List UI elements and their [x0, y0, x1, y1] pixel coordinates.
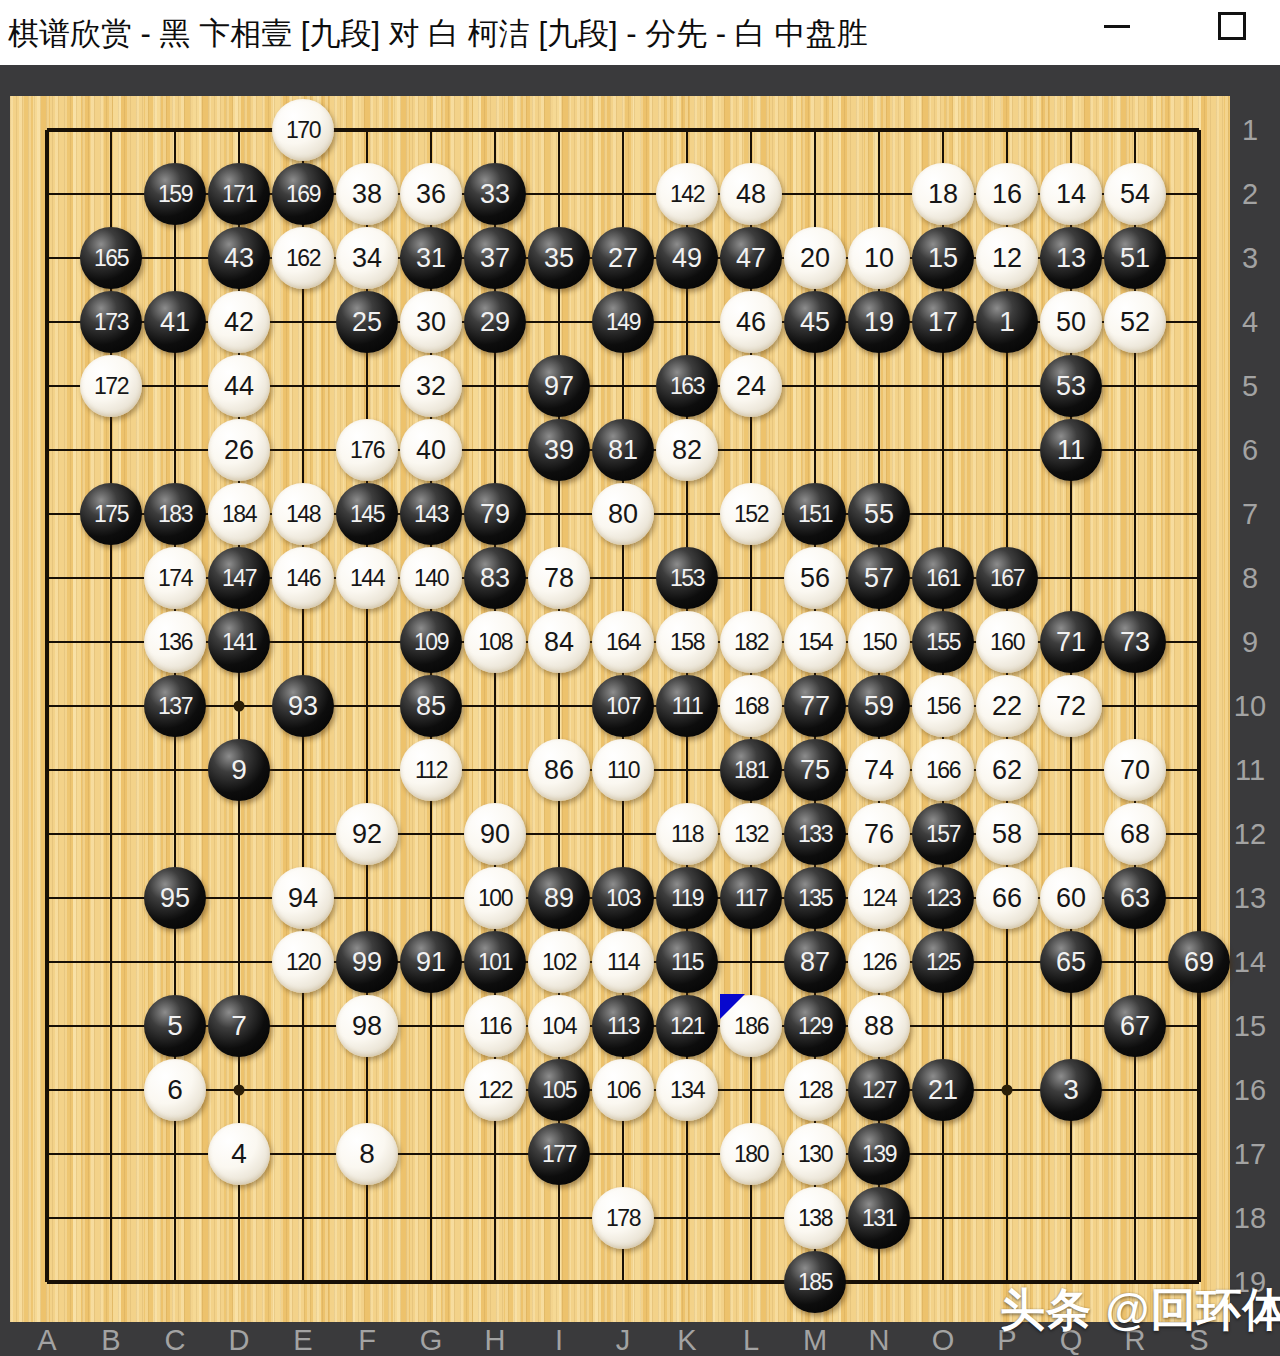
intersection-S1 — [1167, 98, 1231, 162]
intersection-N6 — [847, 418, 911, 482]
stone-white-32: 32 — [400, 355, 462, 417]
stone-black-105: 105 — [528, 1059, 590, 1121]
intersection-F12: 92 — [335, 802, 399, 866]
intersection-A18 — [15, 1186, 79, 1250]
intersection-B7: 175 — [79, 482, 143, 546]
intersection-E5 — [271, 354, 335, 418]
intersection-M5 — [783, 354, 847, 418]
intersection-P3: 12 — [975, 226, 1039, 290]
intersection-D1 — [207, 98, 271, 162]
stone-black-75: 75 — [784, 739, 846, 801]
intersection-B12 — [79, 802, 143, 866]
intersection-K9: 158 — [655, 610, 719, 674]
stone-black-97: 97 — [528, 355, 590, 417]
intersection-H19 — [463, 1250, 527, 1314]
stone-white-176: 176 — [336, 419, 398, 481]
intersection-D16 — [207, 1058, 271, 1122]
intersection-R12: 68 — [1103, 802, 1167, 866]
stone-black-183: 183 — [144, 483, 206, 545]
stone-black-37: 37 — [464, 227, 526, 289]
intersection-I12 — [527, 802, 591, 866]
intersection-E9 — [271, 610, 335, 674]
intersection-R15: 67 — [1103, 994, 1167, 1058]
intersection-A14 — [15, 930, 79, 994]
intersection-O5 — [911, 354, 975, 418]
stone-white-122: 122 — [464, 1059, 526, 1121]
stone-white-72: 72 — [1040, 675, 1102, 737]
intersection-G1 — [399, 98, 463, 162]
intersection-A7 — [15, 482, 79, 546]
stone-white-174: 174 — [144, 547, 206, 609]
intersection-I9: 84 — [527, 610, 591, 674]
intersection-B14 — [79, 930, 143, 994]
intersection-G11: 112 — [399, 738, 463, 802]
intersection-B6 — [79, 418, 143, 482]
intersection-F17: 8 — [335, 1122, 399, 1186]
stone-white-20: 20 — [784, 227, 846, 289]
stone-black-137: 137 — [144, 675, 206, 737]
stone-black-175: 175 — [80, 483, 142, 545]
intersection-G12 — [399, 802, 463, 866]
intersection-M4: 45 — [783, 290, 847, 354]
intersection-L3: 47 — [719, 226, 783, 290]
stone-black-103: 103 — [592, 867, 654, 929]
intersection-P9: 160 — [975, 610, 1039, 674]
intersection-Q1 — [1039, 98, 1103, 162]
intersection-O7 — [911, 482, 975, 546]
intersection-Q2: 14 — [1039, 162, 1103, 226]
maximize-button[interactable] — [1214, 8, 1250, 44]
intersection-N9: 150 — [847, 610, 911, 674]
intersection-S5 — [1167, 354, 1231, 418]
intersection-K4 — [655, 290, 719, 354]
stone-white-76: 76 — [848, 803, 910, 865]
intersection-E18 — [271, 1186, 335, 1250]
stone-white-16: 16 — [976, 163, 1038, 225]
intersection-D14 — [207, 930, 271, 994]
stone-black-167: 167 — [976, 547, 1038, 609]
intersection-K13: 119 — [655, 866, 719, 930]
stone-white-104: 104 — [528, 995, 590, 1057]
intersection-J15: 113 — [591, 994, 655, 1058]
intersection-Q14: 65 — [1039, 930, 1103, 994]
col-label-B: B — [89, 1323, 133, 1356]
stone-white-102: 102 — [528, 931, 590, 993]
intersection-S10 — [1167, 674, 1231, 738]
intersection-Q3: 13 — [1039, 226, 1103, 290]
intersection-R6 — [1103, 418, 1167, 482]
intersection-K18 — [655, 1186, 719, 1250]
intersection-S14: 69 — [1167, 930, 1231, 994]
intersection-N18: 131 — [847, 1186, 911, 1250]
stone-black-185: 185 — [784, 1251, 846, 1313]
stone-black-95: 95 — [144, 867, 206, 929]
stone-white-30: 30 — [400, 291, 462, 353]
col-label-N: N — [857, 1323, 901, 1356]
intersection-K12: 118 — [655, 802, 719, 866]
intersection-I10 — [527, 674, 591, 738]
intersection-B8 — [79, 546, 143, 610]
intersection-N1 — [847, 98, 911, 162]
intersection-H8: 83 — [463, 546, 527, 610]
col-label-D: D — [217, 1323, 261, 1356]
intersection-R8 — [1103, 546, 1167, 610]
row-label-15: 15 — [1228, 1009, 1272, 1043]
minimize-button[interactable] — [1101, 12, 1133, 44]
intersection-O18 — [911, 1186, 975, 1250]
stone-black-163: 163 — [656, 355, 718, 417]
board-grid: 1701591711693836331424818161454165431623… — [15, 98, 1231, 1314]
intersection-A10 — [15, 674, 79, 738]
stone-black-29: 29 — [464, 291, 526, 353]
intersection-Q6: 11 — [1039, 418, 1103, 482]
row-label-9: 9 — [1228, 625, 1272, 659]
intersection-B1 — [79, 98, 143, 162]
intersection-G3: 31 — [399, 226, 463, 290]
app-window: 棋谱欣赏 - 黑 卞相壹 [九段] 对 白 柯洁 [九段] - 分先 - 白 中… — [0, 0, 1280, 1356]
stone-white-8: 8 — [336, 1123, 398, 1185]
stone-black-31: 31 — [400, 227, 462, 289]
intersection-C18 — [143, 1186, 207, 1250]
col-label-E: E — [281, 1323, 325, 1356]
stone-black-7: 7 — [208, 995, 270, 1057]
intersection-N15: 88 — [847, 994, 911, 1058]
stone-black-19: 19 — [848, 291, 910, 353]
intersection-L16 — [719, 1058, 783, 1122]
stone-black-35: 35 — [528, 227, 590, 289]
row-label-10: 10 — [1228, 689, 1272, 723]
stone-black-21: 21 — [912, 1059, 974, 1121]
intersection-O2: 18 — [911, 162, 975, 226]
intersection-H15: 116 — [463, 994, 527, 1058]
stone-white-160: 160 — [976, 611, 1038, 673]
intersection-N2 — [847, 162, 911, 226]
intersection-C7: 183 — [143, 482, 207, 546]
stone-white-56: 56 — [784, 547, 846, 609]
stone-white-140: 140 — [400, 547, 462, 609]
intersection-G4: 30 — [399, 290, 463, 354]
intersection-H11 — [463, 738, 527, 802]
intersection-J9: 164 — [591, 610, 655, 674]
stone-white-74: 74 — [848, 739, 910, 801]
intersection-R14 — [1103, 930, 1167, 994]
intersection-R13: 63 — [1103, 866, 1167, 930]
stone-black-71: 71 — [1040, 611, 1102, 673]
intersection-A4 — [15, 290, 79, 354]
stone-black-171: 171 — [208, 163, 270, 225]
intersection-S8 — [1167, 546, 1231, 610]
intersection-L2: 48 — [719, 162, 783, 226]
intersection-S13 — [1167, 866, 1231, 930]
intersection-H4: 29 — [463, 290, 527, 354]
intersection-M7: 151 — [783, 482, 847, 546]
intersection-E6 — [271, 418, 335, 482]
intersection-P15 — [975, 994, 1039, 1058]
intersection-P5 — [975, 354, 1039, 418]
stone-black-11: 11 — [1040, 419, 1102, 481]
intersection-P14 — [975, 930, 1039, 994]
intersection-Q8 — [1039, 546, 1103, 610]
intersection-S4 — [1167, 290, 1231, 354]
intersection-F14: 99 — [335, 930, 399, 994]
stone-black-149: 149 — [592, 291, 654, 353]
intersection-A1 — [15, 98, 79, 162]
intersection-I17: 177 — [527, 1122, 591, 1186]
intersection-Q4: 50 — [1039, 290, 1103, 354]
intersection-E3: 162 — [271, 226, 335, 290]
intersection-M8: 56 — [783, 546, 847, 610]
intersection-R10 — [1103, 674, 1167, 738]
intersection-F11 — [335, 738, 399, 802]
stone-black-111: 111 — [656, 675, 718, 737]
intersection-C13: 95 — [143, 866, 207, 930]
stone-white-118: 118 — [656, 803, 718, 865]
intersection-J7: 80 — [591, 482, 655, 546]
stone-black-123: 123 — [912, 867, 974, 929]
col-label-F: F — [345, 1323, 389, 1356]
intersection-J13: 103 — [591, 866, 655, 930]
stone-black-5: 5 — [144, 995, 206, 1057]
intersection-I19 — [527, 1250, 591, 1314]
intersection-Q7 — [1039, 482, 1103, 546]
intersection-L1 — [719, 98, 783, 162]
intersection-I14: 102 — [527, 930, 591, 994]
intersection-G18 — [399, 1186, 463, 1250]
intersection-H7: 79 — [463, 482, 527, 546]
stone-black-131: 131 — [848, 1187, 910, 1249]
intersection-H16: 122 — [463, 1058, 527, 1122]
intersection-K3: 49 — [655, 226, 719, 290]
intersection-B10 — [79, 674, 143, 738]
intersection-I18 — [527, 1186, 591, 1250]
intersection-E10: 93 — [271, 674, 335, 738]
col-label-M: M — [793, 1323, 837, 1356]
intersection-L14 — [719, 930, 783, 994]
stone-white-50: 50 — [1040, 291, 1102, 353]
intersection-J19 — [591, 1250, 655, 1314]
intersection-M16: 128 — [783, 1058, 847, 1122]
intersection-C11 — [143, 738, 207, 802]
intersection-J8 — [591, 546, 655, 610]
intersection-R11: 70 — [1103, 738, 1167, 802]
intersection-L18 — [719, 1186, 783, 1250]
stone-white-172: 172 — [80, 355, 142, 417]
stone-white-114: 114 — [592, 931, 654, 993]
stone-black-91: 91 — [400, 931, 462, 993]
stone-white-52: 52 — [1104, 291, 1166, 353]
intersection-K15: 121 — [655, 994, 719, 1058]
row-label-13: 13 — [1228, 881, 1272, 915]
row-label-2: 2 — [1228, 177, 1272, 211]
row-label-6: 6 — [1228, 433, 1272, 467]
intersection-K14: 115 — [655, 930, 719, 994]
intersection-C16: 6 — [143, 1058, 207, 1122]
stone-white-24: 24 — [720, 355, 782, 417]
intersection-G9: 109 — [399, 610, 463, 674]
intersection-N17: 139 — [847, 1122, 911, 1186]
intersection-Q15 — [1039, 994, 1103, 1058]
stone-white-4: 4 — [208, 1123, 270, 1185]
intersection-G5: 32 — [399, 354, 463, 418]
stone-black-43: 43 — [208, 227, 270, 289]
stone-black-129: 129 — [784, 995, 846, 1057]
intersection-S12 — [1167, 802, 1231, 866]
stone-black-45: 45 — [784, 291, 846, 353]
stone-white-94: 94 — [272, 867, 334, 929]
stone-black-113: 113 — [592, 995, 654, 1057]
intersection-E11 — [271, 738, 335, 802]
intersection-S9 — [1167, 610, 1231, 674]
intersection-D12 — [207, 802, 271, 866]
intersection-Q13: 60 — [1039, 866, 1103, 930]
stone-black-41: 41 — [144, 291, 206, 353]
intersection-A17 — [15, 1122, 79, 1186]
intersection-F6: 176 — [335, 418, 399, 482]
intersection-A13 — [15, 866, 79, 930]
stone-black-85: 85 — [400, 675, 462, 737]
intersection-R5 — [1103, 354, 1167, 418]
intersection-H17 — [463, 1122, 527, 1186]
intersection-D3: 43 — [207, 226, 271, 290]
intersection-H18 — [463, 1186, 527, 1250]
stone-white-152: 152 — [720, 483, 782, 545]
stone-black-169: 169 — [272, 163, 334, 225]
intersection-J10: 107 — [591, 674, 655, 738]
stone-black-127: 127 — [848, 1059, 910, 1121]
intersection-M10: 77 — [783, 674, 847, 738]
intersection-G8: 140 — [399, 546, 463, 610]
stone-white-36: 36 — [400, 163, 462, 225]
intersection-Q17 — [1039, 1122, 1103, 1186]
intersection-D19 — [207, 1250, 271, 1314]
col-label-J: J — [601, 1323, 645, 1356]
intersection-C15: 5 — [143, 994, 207, 1058]
col-label-I: I — [537, 1323, 581, 1356]
intersection-E12 — [271, 802, 335, 866]
intersection-E14: 120 — [271, 930, 335, 994]
intersection-M3: 20 — [783, 226, 847, 290]
intersection-S7 — [1167, 482, 1231, 546]
intersection-I7 — [527, 482, 591, 546]
stone-white-54: 54 — [1104, 163, 1166, 225]
intersection-H2: 33 — [463, 162, 527, 226]
intersection-J1 — [591, 98, 655, 162]
intersection-J11: 110 — [591, 738, 655, 802]
intersection-C10: 137 — [143, 674, 207, 738]
intersection-O6 — [911, 418, 975, 482]
stone-white-126: 126 — [848, 931, 910, 993]
intersection-N7: 55 — [847, 482, 911, 546]
intersection-B19 — [79, 1250, 143, 1314]
stone-white-132: 132 — [720, 803, 782, 865]
intersection-M2 — [783, 162, 847, 226]
intersection-F15: 98 — [335, 994, 399, 1058]
stone-white-112: 112 — [400, 739, 462, 801]
intersection-L15: 186 — [719, 994, 783, 1058]
intersection-F4: 25 — [335, 290, 399, 354]
col-label-A: A — [25, 1323, 69, 1356]
intersection-D2: 171 — [207, 162, 271, 226]
intersection-J16: 106 — [591, 1058, 655, 1122]
stone-white-124: 124 — [848, 867, 910, 929]
stone-black-145: 145 — [336, 483, 398, 545]
stone-white-66: 66 — [976, 867, 1038, 929]
stone-black-99: 99 — [336, 931, 398, 993]
intersection-C2: 159 — [143, 162, 207, 226]
stone-white-92: 92 — [336, 803, 398, 865]
intersection-P1 — [975, 98, 1039, 162]
row-label-11: 11 — [1228, 753, 1272, 787]
intersection-E13: 94 — [271, 866, 335, 930]
intersection-L10: 168 — [719, 674, 783, 738]
intersection-D10 — [207, 674, 271, 738]
intersection-F16 — [335, 1058, 399, 1122]
stone-white-14: 14 — [1040, 163, 1102, 225]
intersection-J3: 27 — [591, 226, 655, 290]
intersection-A15 — [15, 994, 79, 1058]
stone-white-120: 120 — [272, 931, 334, 993]
row-label-14: 14 — [1228, 945, 1272, 979]
intersection-H10 — [463, 674, 527, 738]
stone-white-150: 150 — [848, 611, 910, 673]
intersection-B5: 172 — [79, 354, 143, 418]
stone-white-40: 40 — [400, 419, 462, 481]
stone-white-80: 80 — [592, 483, 654, 545]
intersection-N16: 127 — [847, 1058, 911, 1122]
intersection-E16 — [271, 1058, 335, 1122]
intersection-O8: 161 — [911, 546, 975, 610]
intersection-J5 — [591, 354, 655, 418]
row-label-8: 8 — [1228, 561, 1272, 595]
intersection-F13 — [335, 866, 399, 930]
intersection-I6: 39 — [527, 418, 591, 482]
intersection-P10: 22 — [975, 674, 1039, 738]
intersection-S15 — [1167, 994, 1231, 1058]
intersection-O3: 15 — [911, 226, 975, 290]
row-label-12: 12 — [1228, 817, 1272, 851]
intersection-S2 — [1167, 162, 1231, 226]
stone-black-73: 73 — [1104, 611, 1166, 673]
intersection-C14 — [143, 930, 207, 994]
stone-white-34: 34 — [336, 227, 398, 289]
intersection-S18 — [1167, 1186, 1231, 1250]
intersection-C3 — [143, 226, 207, 290]
intersection-B15 — [79, 994, 143, 1058]
intersection-M11: 75 — [783, 738, 847, 802]
intersection-P12: 58 — [975, 802, 1039, 866]
stone-black-153: 153 — [656, 547, 718, 609]
intersection-C8: 174 — [143, 546, 207, 610]
stone-black-107: 107 — [592, 675, 654, 737]
intersection-D8: 147 — [207, 546, 271, 610]
stone-black-117: 117 — [720, 867, 782, 929]
stone-black-125: 125 — [912, 931, 974, 993]
intersection-H1 — [463, 98, 527, 162]
stone-white-164: 164 — [592, 611, 654, 673]
watermark: 头条 @回环体育 — [1000, 1280, 1280, 1340]
intersection-S16 — [1167, 1058, 1231, 1122]
stone-white-154: 154 — [784, 611, 846, 673]
stone-black-77: 77 — [784, 675, 846, 737]
stone-white-38: 38 — [336, 163, 398, 225]
stone-white-138: 138 — [784, 1187, 846, 1249]
stone-black-15: 15 — [912, 227, 974, 289]
intersection-L11: 181 — [719, 738, 783, 802]
intersection-N12: 76 — [847, 802, 911, 866]
stone-black-181: 181 — [720, 739, 782, 801]
intersection-B4: 173 — [79, 290, 143, 354]
intersection-R3: 51 — [1103, 226, 1167, 290]
